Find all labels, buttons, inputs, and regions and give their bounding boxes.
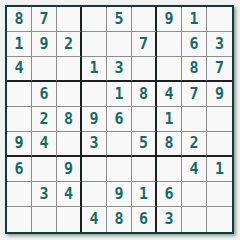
- cell-r2c5-empty[interactable]: [107, 32, 132, 57]
- cell-r1c2-given: 7: [32, 7, 57, 32]
- cell-r4c7-given: 4: [157, 82, 182, 107]
- cell-r3c5-given: 3: [107, 57, 132, 82]
- cell-r6c2-given: 4: [32, 132, 57, 157]
- cell-r9c8-empty[interactable]: [182, 207, 207, 232]
- cell-r2c4-empty[interactable]: [82, 32, 107, 57]
- cell-r8c8-empty[interactable]: [182, 182, 207, 207]
- cell-r4c2-given: 6: [32, 82, 57, 107]
- cell-r3c2-empty[interactable]: [32, 57, 57, 82]
- cell-r5c6-empty[interactable]: [132, 107, 157, 132]
- cell-r3c1-given: 4: [7, 57, 32, 82]
- cell-r3c8-given: 8: [182, 57, 207, 82]
- cell-r3c3-empty[interactable]: [57, 57, 82, 82]
- cell-r2c3-given: 2: [57, 32, 82, 57]
- cell-r9c5-given: 8: [107, 207, 132, 232]
- cell-r4c6-given: 8: [132, 82, 157, 107]
- cell-r8c7-given: 6: [157, 182, 182, 207]
- cell-r4c1-empty[interactable]: [7, 82, 32, 107]
- cell-r1c5-given: 5: [107, 7, 132, 32]
- cell-r8c5-given: 9: [107, 182, 132, 207]
- cell-r9c7-given: 3: [157, 207, 182, 232]
- cell-r1c3-empty[interactable]: [57, 7, 82, 32]
- cell-r6c6-given: 5: [132, 132, 157, 157]
- cell-r6c7-given: 8: [157, 132, 182, 157]
- cell-r9c6-given: 6: [132, 207, 157, 232]
- cell-r1c7-given: 9: [157, 7, 182, 32]
- cell-r7c2-empty[interactable]: [32, 157, 57, 182]
- cell-r1c6-empty[interactable]: [132, 7, 157, 32]
- cell-r8c4-empty[interactable]: [82, 182, 107, 207]
- cell-r3c4-given: 1: [82, 57, 107, 82]
- cell-r4c8-given: 7: [182, 82, 207, 107]
- cell-r9c2-empty[interactable]: [32, 207, 57, 232]
- cell-r6c1-given: 9: [7, 132, 32, 157]
- cell-r5c8-empty[interactable]: [182, 107, 207, 132]
- cell-r5c5-given: 6: [107, 107, 132, 132]
- cell-r7c5-empty[interactable]: [107, 157, 132, 182]
- cell-r1c8-given: 1: [182, 7, 207, 32]
- cell-r8c6-given: 1: [132, 182, 157, 207]
- cell-r7c1-given: 6: [7, 157, 32, 182]
- cell-r7c7-empty[interactable]: [157, 157, 182, 182]
- cell-r6c4-given: 3: [82, 132, 107, 157]
- cell-r2c6-given: 7: [132, 32, 157, 57]
- cell-r7c4-empty[interactable]: [82, 157, 107, 182]
- cell-r7c3-given: 9: [57, 157, 82, 182]
- cell-r4c3-empty[interactable]: [57, 82, 82, 107]
- cell-r1c4-empty[interactable]: [82, 7, 107, 32]
- sudoku-puzzle: 8759119276341387618479289619435826941349…: [5, 5, 234, 234]
- cell-r9c3-empty[interactable]: [57, 207, 82, 232]
- cell-r8c1-empty[interactable]: [7, 182, 32, 207]
- cell-r7c8-given: 4: [182, 157, 207, 182]
- cell-r5c7-given: 1: [157, 107, 182, 132]
- cell-r5c2-given: 2: [32, 107, 57, 132]
- cell-r2c7-empty[interactable]: [157, 32, 182, 57]
- cell-r7c6-empty[interactable]: [132, 157, 157, 182]
- cell-r2c8-given: 6: [182, 32, 207, 57]
- cell-r3c7-empty[interactable]: [157, 57, 182, 82]
- cell-r4c5-given: 1: [107, 82, 132, 107]
- cell-r5c3-given: 8: [57, 107, 82, 132]
- cell-r4c4-empty[interactable]: [82, 82, 107, 107]
- cell-r2c1-given: 1: [7, 32, 32, 57]
- cell-r6c5-empty[interactable]: [107, 132, 132, 157]
- cell-r8c9-empty[interactable]: [207, 182, 232, 207]
- cell-r9c9-empty[interactable]: [207, 207, 232, 232]
- cell-r8c2-given: 3: [32, 182, 57, 207]
- cell-r5c4-given: 9: [82, 107, 107, 132]
- cell-r1c9-empty[interactable]: [207, 7, 232, 32]
- cell-r3c6-empty[interactable]: [132, 57, 157, 82]
- cell-r4c9-given: 9: [207, 82, 232, 107]
- cell-r2c2-given: 9: [32, 32, 57, 57]
- cell-r5c1-empty[interactable]: [7, 107, 32, 132]
- cell-r6c9-empty[interactable]: [207, 132, 232, 157]
- cell-r6c3-empty[interactable]: [57, 132, 82, 157]
- cell-r3c9-given: 7: [207, 57, 232, 82]
- cell-r9c4-given: 4: [82, 207, 107, 232]
- cell-r2c9-given: 3: [207, 32, 232, 57]
- cell-r8c3-given: 4: [57, 182, 82, 207]
- cell-r5c9-empty[interactable]: [207, 107, 232, 132]
- cell-r9c1-empty[interactable]: [7, 207, 32, 232]
- cell-r1c1-given: 8: [7, 7, 32, 32]
- cell-r7c9-given: 1: [207, 157, 232, 182]
- cell-r6c8-given: 2: [182, 132, 207, 157]
- sudoku-board: 8759119276341387618479289619435826941349…: [5, 5, 234, 234]
